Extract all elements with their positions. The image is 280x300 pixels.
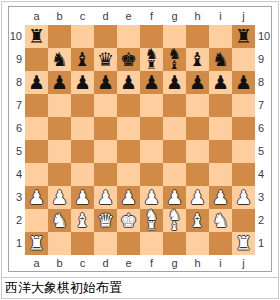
square-j5 bbox=[232, 140, 255, 163]
file-label-e-bottom: e bbox=[117, 255, 140, 271]
piece-white-cardinal: ♝♞ bbox=[163, 209, 186, 232]
square-e10 bbox=[117, 25, 140, 48]
piece-white-bishop: ♝ bbox=[189, 209, 206, 232]
square-a2 bbox=[25, 209, 48, 232]
square-i2: ♞ bbox=[209, 209, 232, 232]
square-c1 bbox=[71, 232, 94, 255]
square-h2: ♝ bbox=[186, 209, 209, 232]
square-j8: ♟ bbox=[232, 71, 255, 94]
square-h6 bbox=[186, 117, 209, 140]
file-label-b-top: b bbox=[48, 7, 71, 25]
square-d2: ♛ bbox=[94, 209, 117, 232]
corner-top-left bbox=[9, 7, 25, 25]
square-e6 bbox=[117, 117, 140, 140]
piece-white-pawn: ♟ bbox=[212, 186, 229, 209]
file-label-b-bottom: b bbox=[48, 255, 71, 271]
rank-label-4-right: 4 bbox=[255, 163, 271, 186]
square-a10: ♜ bbox=[25, 25, 48, 48]
square-e4 bbox=[117, 163, 140, 186]
piece-white-pawn: ♟ bbox=[28, 186, 45, 209]
square-c3: ♟ bbox=[71, 186, 94, 209]
square-b2: ♞ bbox=[48, 209, 71, 232]
piece-white-marshal-top-glyph: ♞ bbox=[140, 208, 163, 223]
rank-label-2-left: 2 bbox=[9, 209, 25, 232]
square-j3: ♟ bbox=[232, 186, 255, 209]
piece-black-pawn: ♟ bbox=[235, 71, 252, 94]
piece-black-knight: ♞ bbox=[51, 48, 68, 71]
piece-white-bishop: ♝ bbox=[74, 209, 91, 232]
square-h10 bbox=[186, 25, 209, 48]
square-i4 bbox=[209, 163, 232, 186]
rank-label-3-left: 3 bbox=[9, 186, 25, 209]
piece-black-pawn: ♟ bbox=[143, 71, 160, 94]
square-c7 bbox=[71, 94, 94, 117]
piece-black-pawn: ♟ bbox=[212, 71, 229, 94]
rank-label-7-right: 7 bbox=[255, 94, 271, 117]
square-f7 bbox=[140, 94, 163, 117]
piece-white-queen: ♛ bbox=[97, 209, 114, 232]
piece-black-pawn: ♟ bbox=[97, 71, 114, 94]
square-c2: ♝ bbox=[71, 209, 94, 232]
file-label-e-top: e bbox=[117, 7, 140, 25]
piece-white-rook: ♜ bbox=[235, 232, 252, 255]
square-b9: ♞ bbox=[48, 48, 71, 71]
square-d4 bbox=[94, 163, 117, 186]
square-f2: ♜♞ bbox=[140, 209, 163, 232]
piece-black-pawn: ♟ bbox=[166, 71, 183, 94]
square-j6 bbox=[232, 117, 255, 140]
square-i3: ♟ bbox=[209, 186, 232, 209]
square-a9 bbox=[25, 48, 48, 71]
square-g2: ♝♞ bbox=[163, 209, 186, 232]
square-a7 bbox=[25, 94, 48, 117]
piece-black-rook: ♜ bbox=[235, 25, 252, 48]
piece-white-rook: ♜ bbox=[28, 232, 45, 255]
square-g8: ♟ bbox=[163, 71, 186, 94]
file-label-f-bottom: f bbox=[140, 255, 163, 271]
rank-label-5-left: 5 bbox=[9, 140, 25, 163]
file-label-i-bottom: i bbox=[209, 255, 232, 271]
file-label-g-top: g bbox=[163, 7, 186, 25]
square-d9: ♛ bbox=[94, 48, 117, 71]
file-label-d-top: d bbox=[94, 7, 117, 25]
file-label-j-bottom: j bbox=[232, 255, 255, 271]
piece-black-pawn: ♟ bbox=[51, 71, 68, 94]
square-d3: ♟ bbox=[94, 186, 117, 209]
square-j2 bbox=[232, 209, 255, 232]
piece-black-marshal-top-glyph: ♞ bbox=[140, 47, 163, 62]
rank-label-8-right: 8 bbox=[255, 71, 271, 94]
square-e5 bbox=[117, 140, 140, 163]
piece-black-bishop: ♝ bbox=[74, 48, 91, 71]
square-c6 bbox=[71, 117, 94, 140]
square-i1 bbox=[209, 232, 232, 255]
file-label-g-bottom: g bbox=[163, 255, 186, 271]
square-j7 bbox=[232, 94, 255, 117]
square-e7 bbox=[117, 94, 140, 117]
corner-bottom-right bbox=[255, 255, 271, 271]
square-h5 bbox=[186, 140, 209, 163]
square-d8: ♟ bbox=[94, 71, 117, 94]
square-e3: ♟ bbox=[117, 186, 140, 209]
piece-black-pawn: ♟ bbox=[28, 71, 45, 94]
rank-label-10-left: 10 bbox=[9, 25, 25, 48]
square-f8: ♟ bbox=[140, 71, 163, 94]
piece-black-knight: ♞ bbox=[212, 48, 229, 71]
file-label-a-bottom: a bbox=[25, 255, 48, 271]
square-f5 bbox=[140, 140, 163, 163]
piece-black-marshal: ♜♞ bbox=[140, 48, 163, 71]
square-e1 bbox=[117, 232, 140, 255]
piece-black-cardinal-top-glyph: ♞ bbox=[163, 47, 186, 62]
piece-white-pawn: ♟ bbox=[51, 186, 68, 209]
square-d7 bbox=[94, 94, 117, 117]
square-i5 bbox=[209, 140, 232, 163]
square-f9: ♜♞ bbox=[140, 48, 163, 71]
square-b3: ♟ bbox=[48, 186, 71, 209]
figure-frame: abcdefghij10♜♜109♞♝♛♚♜♞♝♞♝♞98♟♟♟♟♟♟♟♟♟♟8… bbox=[1, 1, 279, 299]
rank-label-7-left: 7 bbox=[9, 94, 25, 117]
square-i7 bbox=[209, 94, 232, 117]
square-c4 bbox=[71, 163, 94, 186]
square-e2: ♚ bbox=[117, 209, 140, 232]
square-g9: ♝♞ bbox=[163, 48, 186, 71]
file-label-c-top: c bbox=[71, 7, 94, 25]
square-f6 bbox=[140, 117, 163, 140]
square-b10 bbox=[48, 25, 71, 48]
square-i6 bbox=[209, 117, 232, 140]
piece-black-bishop: ♝ bbox=[189, 48, 206, 71]
piece-white-pawn: ♟ bbox=[97, 186, 114, 209]
square-j10: ♜ bbox=[232, 25, 255, 48]
rank-label-2-right: 2 bbox=[255, 209, 271, 232]
piece-white-king: ♚ bbox=[120, 209, 137, 232]
square-g5 bbox=[163, 140, 186, 163]
square-c10 bbox=[71, 25, 94, 48]
file-label-d-bottom: d bbox=[94, 255, 117, 271]
square-c5 bbox=[71, 140, 94, 163]
file-label-i-top: i bbox=[209, 7, 232, 25]
square-h1 bbox=[186, 232, 209, 255]
square-g4 bbox=[163, 163, 186, 186]
file-label-j-top: j bbox=[232, 7, 255, 25]
rank-label-6-left: 6 bbox=[9, 117, 25, 140]
square-j4 bbox=[232, 163, 255, 186]
rank-label-8-left: 8 bbox=[9, 71, 25, 94]
file-label-f-top: f bbox=[140, 7, 163, 25]
square-h3: ♟ bbox=[186, 186, 209, 209]
rank-label-9-left: 9 bbox=[9, 48, 25, 71]
piece-white-knight: ♞ bbox=[51, 209, 68, 232]
square-f4 bbox=[140, 163, 163, 186]
square-i10 bbox=[209, 25, 232, 48]
square-g7 bbox=[163, 94, 186, 117]
square-d10 bbox=[94, 25, 117, 48]
square-a5 bbox=[25, 140, 48, 163]
square-h4 bbox=[186, 163, 209, 186]
square-j1: ♜ bbox=[232, 232, 255, 255]
rank-label-10-right: 10 bbox=[255, 25, 271, 48]
file-label-c-bottom: c bbox=[71, 255, 94, 271]
piece-white-cardinal-top-glyph: ♞ bbox=[163, 208, 186, 223]
square-e9: ♚ bbox=[117, 48, 140, 71]
square-d6 bbox=[94, 117, 117, 140]
piece-black-pawn: ♟ bbox=[189, 71, 206, 94]
piece-white-pawn: ♟ bbox=[189, 186, 206, 209]
rank-label-1-right: 1 bbox=[255, 232, 271, 255]
square-c8: ♟ bbox=[71, 71, 94, 94]
square-i9: ♞ bbox=[209, 48, 232, 71]
corner-bottom-left bbox=[9, 255, 25, 271]
piece-white-pawn: ♟ bbox=[235, 186, 252, 209]
square-b5 bbox=[48, 140, 71, 163]
square-c9: ♝ bbox=[71, 48, 94, 71]
piece-white-knight: ♞ bbox=[212, 209, 229, 232]
square-a8: ♟ bbox=[25, 71, 48, 94]
piece-white-pawn: ♟ bbox=[74, 186, 91, 209]
piece-black-pawn: ♟ bbox=[120, 71, 137, 94]
square-h9: ♝ bbox=[186, 48, 209, 71]
square-d5 bbox=[94, 140, 117, 163]
rank-label-1-left: 1 bbox=[9, 232, 25, 255]
piece-black-cardinal: ♝♞ bbox=[163, 48, 186, 71]
file-label-h-bottom: h bbox=[186, 255, 209, 271]
square-f1 bbox=[140, 232, 163, 255]
grand-chess-diagram-image[interactable]: abcdefghij10♜♜109♞♝♛♚♜♞♝♞♝♞98♟♟♟♟♟♟♟♟♟♟8… bbox=[8, 6, 272, 272]
piece-white-pawn: ♟ bbox=[120, 186, 137, 209]
square-i8: ♟ bbox=[209, 71, 232, 94]
rank-label-3-right: 3 bbox=[255, 186, 271, 209]
square-a3: ♟ bbox=[25, 186, 48, 209]
file-label-a-top: a bbox=[25, 7, 48, 25]
square-b1 bbox=[48, 232, 71, 255]
square-b8: ♟ bbox=[48, 71, 71, 94]
square-j9 bbox=[232, 48, 255, 71]
square-b7 bbox=[48, 94, 71, 117]
piece-black-queen: ♛ bbox=[97, 48, 114, 71]
caption: 西洋大象棋初始布置 bbox=[2, 277, 278, 298]
square-h7 bbox=[186, 94, 209, 117]
square-a1: ♜ bbox=[25, 232, 48, 255]
square-d1 bbox=[94, 232, 117, 255]
board: abcdefghij10♜♜109♞♝♛♚♜♞♝♞♝♞98♟♟♟♟♟♟♟♟♟♟8… bbox=[9, 7, 271, 271]
square-h8: ♟ bbox=[186, 71, 209, 94]
square-b4 bbox=[48, 163, 71, 186]
corner-top-right bbox=[255, 7, 271, 25]
square-g1 bbox=[163, 232, 186, 255]
square-g6 bbox=[163, 117, 186, 140]
square-a4 bbox=[25, 163, 48, 186]
piece-black-king: ♚ bbox=[120, 48, 137, 71]
square-a6 bbox=[25, 117, 48, 140]
rank-label-6-right: 6 bbox=[255, 117, 271, 140]
square-b6 bbox=[48, 117, 71, 140]
piece-black-pawn: ♟ bbox=[74, 71, 91, 94]
square-e8: ♟ bbox=[117, 71, 140, 94]
diagram-image-area: abcdefghij10♜♜109♞♝♛♚♜♞♝♞♝♞98♟♟♟♟♟♟♟♟♟♟8… bbox=[2, 2, 278, 277]
rank-label-9-right: 9 bbox=[255, 48, 271, 71]
piece-white-marshal: ♜♞ bbox=[140, 209, 163, 232]
file-label-h-top: h bbox=[186, 7, 209, 25]
rank-label-5-right: 5 bbox=[255, 140, 271, 163]
rank-label-4-left: 4 bbox=[9, 163, 25, 186]
piece-black-rook: ♜ bbox=[28, 25, 45, 48]
